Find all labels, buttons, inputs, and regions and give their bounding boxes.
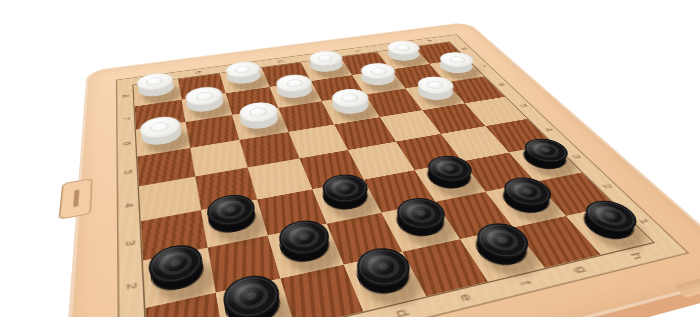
coordinate-label-2: 2 — [123, 282, 139, 291]
coordinate-label-f: f — [516, 280, 531, 286]
square-b3[interactable] — [200, 199, 268, 248]
coordinate-label-b: b — [193, 71, 203, 75]
piece-shadow — [146, 127, 192, 156]
square-a8[interactable] — [134, 79, 181, 106]
coordinate-label-5: 5 — [517, 104, 529, 108]
coordinate-label-3: 3 — [569, 154, 583, 159]
coordinate-label-4: 4 — [542, 127, 555, 132]
black-piece-f3[interactable] — [422, 153, 479, 185]
black-piece-f1[interactable] — [470, 220, 538, 262]
square-g2[interactable] — [486, 182, 565, 227]
coordinate-label-6: 6 — [496, 83, 507, 87]
hinge-notch — [673, 276, 700, 299]
piece-shadow — [396, 209, 462, 251]
square-b5[interactable] — [189, 140, 247, 177]
coordinate-label-f: f — [352, 50, 361, 52]
white-piece-a8[interactable] — [136, 71, 173, 92]
white-piece-d7[interactable] — [274, 73, 316, 94]
coordinate-label-3: 3 — [122, 239, 136, 247]
clasp-latch — [58, 178, 93, 220]
square-a6[interactable] — [136, 122, 189, 156]
black-piece-h1[interactable] — [578, 197, 648, 236]
square-c6[interactable] — [232, 108, 287, 140]
coordinate-label-8: 8 — [120, 94, 130, 98]
piece-shadow — [501, 188, 569, 227]
coordinate-label-6: 6 — [121, 141, 133, 146]
coordinate-label-5: 5 — [121, 170, 134, 176]
coordinate-label-d: d — [392, 309, 410, 317]
coordinate-label-h: h — [424, 40, 434, 43]
coordinate-label-2: 2 — [600, 184, 615, 190]
board-surface: abcdefgh abcdefgh 87654321 87654321 — [116, 34, 690, 317]
board-frame: abcdefgh abcdefgh 87654321 87654321 — [58, 22, 700, 317]
black-piece-d3[interactable] — [318, 172, 373, 206]
coordinate-label-7: 7 — [120, 116, 131, 121]
coordinate-label-4: 4 — [122, 202, 135, 209]
coordinate-label-d: d — [275, 60, 285, 63]
square-b6[interactable] — [185, 115, 240, 148]
clasp-pin — [73, 189, 79, 207]
black-piece-d1[interactable] — [351, 244, 417, 291]
coordinate-label-h: h — [627, 252, 644, 260]
product-photo-scene: abcdefgh abcdefgh 87654321 87654321 — [0, 0, 700, 317]
coordinate-label-e: e — [456, 293, 474, 303]
coordinate-label-g: g — [572, 266, 589, 275]
checkers-board: abcdefgh abcdefgh 87654321 87654321 — [58, 22, 700, 317]
coordinate-label-7: 7 — [476, 64, 487, 67]
coordinate-label-8: 8 — [459, 47, 469, 50]
